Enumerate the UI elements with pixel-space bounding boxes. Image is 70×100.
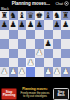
square-b3[interactable]: [9, 58, 18, 67]
square-b2[interactable]: ♟: [9, 67, 18, 76]
piece-black-pawn[interactable]: ♟: [10, 21, 17, 29]
square-f8[interactable]: ♝: [44, 11, 53, 20]
square-e8[interactable]: ♚: [35, 11, 44, 20]
square-a4[interactable]: [0, 49, 9, 58]
chat-button[interactable]: Chat: [56, 1, 69, 6]
piece-black-pawn[interactable]: ♟: [36, 21, 43, 29]
square-b6[interactable]: [9, 30, 18, 39]
square-h3[interactable]: [61, 58, 70, 67]
square-f5[interactable]: ♟: [44, 39, 53, 48]
square-c7[interactable]: ♟: [18, 20, 27, 29]
square-h6[interactable]: [61, 30, 70, 39]
piece-black-pawn[interactable]: ♟: [1, 21, 8, 29]
square-b8[interactable]: ♞: [9, 11, 18, 20]
piece-black-pawn[interactable]: ♟: [53, 21, 60, 29]
square-a3[interactable]: [0, 58, 9, 67]
stop-planning-button[interactable]: Stop Planning: [1, 88, 17, 100]
square-f4[interactable]: [44, 49, 53, 58]
step-back-button[interactable]: Step Back: [53, 88, 69, 100]
square-a5[interactable]: [0, 39, 9, 48]
square-e6[interactable]: [35, 30, 44, 39]
square-g7[interactable]: ♟: [53, 20, 62, 29]
piece-white-pawn[interactable]: ♟: [18, 68, 25, 76]
square-h2[interactable]: ♟: [61, 67, 70, 76]
square-g6[interactable]: [53, 30, 62, 39]
piece-black-pawn[interactable]: ♟: [18, 21, 25, 29]
square-d3[interactable]: ♟: [26, 58, 35, 67]
square-a7[interactable]: ♟: [0, 20, 9, 29]
piece-black-pawn[interactable]: ♟: [62, 21, 69, 29]
piece-black-king[interactable]: ♚: [36, 12, 43, 20]
page-title: Planning moves...: [0, 1, 62, 6]
piece-white-pawn[interactable]: ♟: [10, 68, 17, 76]
square-c8[interactable]: ♝: [18, 11, 27, 20]
square-h7[interactable]: ♟: [61, 20, 70, 29]
square-c5[interactable]: [18, 39, 27, 48]
piece-black-knight[interactable]: ♞: [53, 12, 60, 20]
title-bar: Planning moves... Chat: [0, 0, 70, 7]
square-f2[interactable]: ♟: [44, 67, 53, 76]
planning-message: Planning moves: Freely move the pieces t…: [17, 88, 53, 98]
square-f3[interactable]: [44, 58, 53, 67]
square-e4[interactable]: ♟: [35, 49, 44, 58]
square-d4[interactable]: [26, 49, 35, 58]
piece-black-pawn[interactable]: ♟: [27, 21, 34, 29]
chat-label: Chat: [56, 2, 63, 6]
piece-black-rook[interactable]: ♜: [1, 12, 8, 20]
square-f6[interactable]: [44, 30, 53, 39]
square-e2[interactable]: [35, 67, 44, 76]
piece-black-queen[interactable]: ♛: [27, 12, 34, 20]
square-c2[interactable]: ♟: [18, 67, 27, 76]
square-h8[interactable]: ♜: [61, 11, 70, 20]
planning-message-line2: to try out strategies: [23, 95, 47, 98]
square-d2[interactable]: [26, 67, 35, 76]
square-b7[interactable]: ♟: [9, 20, 18, 29]
piece-white-pawn[interactable]: ♟: [1, 68, 8, 76]
square-e3[interactable]: [35, 58, 44, 67]
piece-white-pawn[interactable]: ♟: [53, 68, 60, 76]
piece-black-bishop[interactable]: ♝: [45, 12, 52, 20]
square-b5[interactable]: [9, 39, 18, 48]
square-c6[interactable]: [18, 30, 27, 39]
square-a2[interactable]: ♟: [0, 67, 9, 76]
square-d8[interactable]: ♛: [26, 11, 35, 20]
piece-black-bishop[interactable]: ♝: [18, 12, 25, 20]
square-d5[interactable]: [26, 39, 35, 48]
square-b4[interactable]: [9, 49, 18, 58]
step-back-label-line2: Back: [57, 94, 64, 97]
square-g2[interactable]: ♟: [53, 67, 62, 76]
bottom-bar: Stop Planning Planning moves: Freely mov…: [0, 86, 70, 100]
chat-status-icon: [64, 1, 69, 6]
piece-white-pawn[interactable]: ♟: [27, 59, 34, 67]
square-g5[interactable]: [53, 39, 62, 48]
square-g3[interactable]: [53, 58, 62, 67]
square-e7[interactable]: ♟: [35, 20, 44, 29]
piece-white-pawn[interactable]: ♟: [62, 68, 69, 76]
piece-black-pawn[interactable]: ♟: [45, 40, 52, 48]
square-c4[interactable]: [18, 49, 27, 58]
square-g4[interactable]: [53, 49, 62, 58]
piece-white-pawn[interactable]: ♟: [36, 49, 43, 57]
stop-planning-label-line2: Planning: [3, 94, 16, 97]
chess-board[interactable]: ♜♞♝♛♚♝♞♜♟♟♟♟♟♟♟♟♟♟♟♟♟♟♟♟: [0, 11, 70, 86]
square-a8[interactable]: ♜: [0, 11, 9, 20]
square-a6[interactable]: [0, 30, 9, 39]
square-g8[interactable]: ♞: [53, 11, 62, 20]
square-h4[interactable]: [61, 49, 70, 58]
piece-black-rook[interactable]: ♜: [62, 12, 69, 20]
square-f7[interactable]: [44, 20, 53, 29]
piece-white-pawn[interactable]: ♟: [45, 68, 52, 76]
square-h5[interactable]: [61, 39, 70, 48]
square-d7[interactable]: ♟: [26, 20, 35, 29]
square-d6[interactable]: [26, 30, 35, 39]
piece-black-knight[interactable]: ♞: [10, 12, 17, 20]
square-c3[interactable]: [18, 58, 27, 67]
